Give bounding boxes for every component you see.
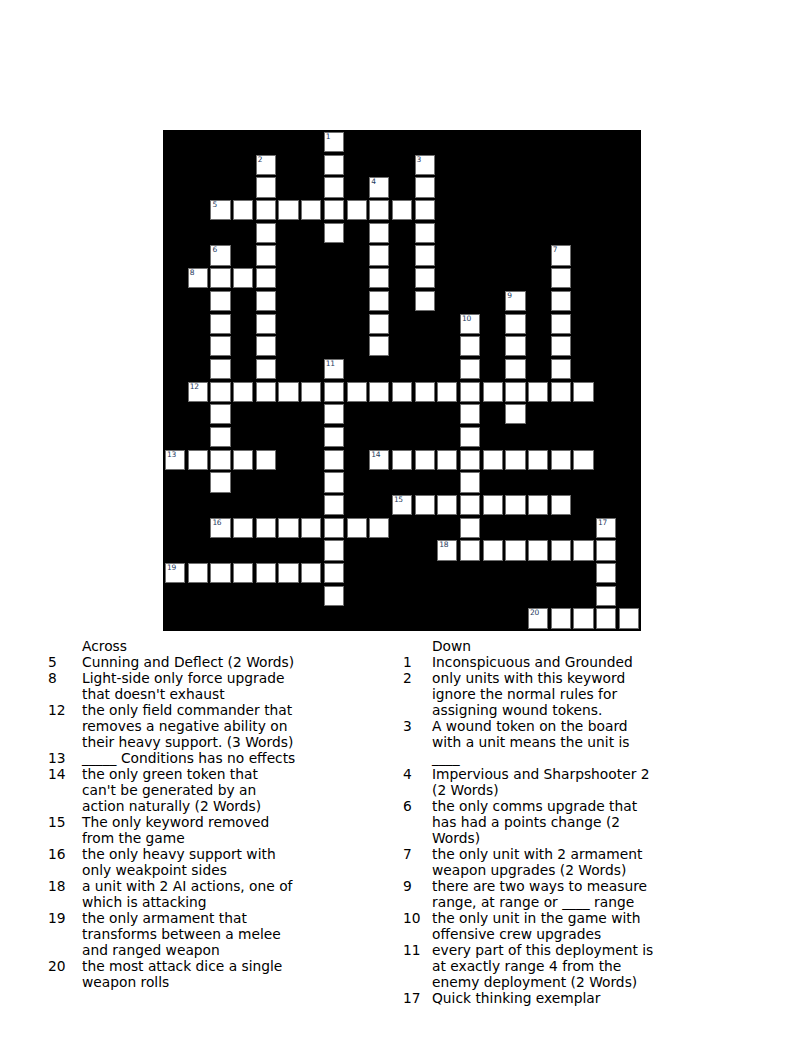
- cell-r18-c4[interactable]: [233, 518, 253, 538]
- cell-r5-c10[interactable]: [369, 223, 389, 243]
- cell-r12-c14[interactable]: [460, 382, 480, 402]
- black-cell-r3-c3: [210, 177, 230, 197]
- cell-r13-c3[interactable]: [210, 404, 230, 424]
- cell-number-1: 1: [326, 132, 330, 141]
- cell-r22-c21[interactable]: [619, 608, 639, 628]
- black-cell-r13-c6: [278, 404, 298, 424]
- cell-r15-c19[interactable]: [573, 450, 593, 470]
- cell-r15-c3[interactable]: [210, 450, 230, 470]
- black-cell-r18-c18: [551, 518, 571, 538]
- black-cell-r6-c13: [437, 245, 457, 265]
- black-cell-r10-c2: [188, 336, 208, 356]
- cell-r9-c16[interactable]: [505, 314, 525, 334]
- black-cell-r3-c20: [596, 177, 616, 197]
- cell-r7-c4[interactable]: [233, 268, 253, 288]
- cell-r20-c6[interactable]: [278, 563, 298, 583]
- black-cell-r3-c7: [301, 177, 321, 197]
- cell-r15-c15[interactable]: [483, 450, 503, 470]
- black-cell-r1-c1: [165, 132, 185, 152]
- black-cell-r2-c1: [165, 155, 185, 175]
- cell-r20-c7[interactable]: [301, 563, 321, 583]
- black-cell-r1-c12: [415, 132, 435, 152]
- cell-r8-c10[interactable]: [369, 291, 389, 311]
- cell-r22-c20[interactable]: [596, 608, 616, 628]
- black-cell-r2-c3: [210, 155, 230, 175]
- cell-r2-c12[interactable]: 3: [415, 155, 435, 175]
- cell-r8-c18[interactable]: [551, 291, 571, 311]
- black-cell-r3-c4: [233, 177, 253, 197]
- cell-r3-c10[interactable]: 4: [369, 177, 389, 197]
- black-cell-r14-c4: [233, 427, 253, 447]
- cell-r20-c4[interactable]: [233, 563, 253, 583]
- black-cell-r10-c8: [324, 336, 344, 356]
- cell-r10-c18[interactable]: [551, 336, 571, 356]
- black-cell-r7-c13: [437, 268, 457, 288]
- black-cell-r13-c19: [573, 404, 593, 424]
- cell-r15-c5[interactable]: [256, 450, 276, 470]
- cell-r15-c14[interactable]: [460, 450, 480, 470]
- cell-r14-c8[interactable]: [324, 427, 344, 447]
- black-cell-r1-c17: [528, 132, 548, 152]
- black-cell-r7-c1: [165, 268, 185, 288]
- black-cell-r7-c15: [483, 268, 503, 288]
- across-clue-text-16: the only heavy support with only weakpoi…: [82, 846, 398, 878]
- cell-r18-c10[interactable]: [369, 518, 389, 538]
- cell-r20-c5[interactable]: [256, 563, 276, 583]
- cell-r10-c5[interactable]: [256, 336, 276, 356]
- black-cell-r14-c13: [437, 427, 457, 447]
- cell-r19-c14[interactable]: [460, 540, 480, 560]
- cell-r17-c17[interactable]: [528, 495, 548, 515]
- down-clue-number-1: 1: [403, 654, 432, 670]
- cell-r11-c5[interactable]: [256, 359, 276, 379]
- cell-r4-c10[interactable]: [369, 200, 389, 220]
- cell-r7-c2[interactable]: 8: [188, 268, 208, 288]
- black-cell-r12-c20: [596, 382, 616, 402]
- cell-r18-c9[interactable]: [347, 518, 367, 538]
- cell-r19-c8[interactable]: [324, 540, 344, 560]
- black-cell-r10-c20: [596, 336, 616, 356]
- down-clue-9: 9there are two ways to measure range, at…: [403, 878, 768, 910]
- black-cell-r17-c9: [347, 495, 367, 515]
- black-cell-r10-c12: [415, 336, 435, 356]
- black-cell-r3-c13: [437, 177, 457, 197]
- black-cell-r7-c16: [505, 268, 525, 288]
- black-cell-r10-c11: [392, 336, 412, 356]
- down-clue-number-4: 4: [403, 766, 432, 782]
- cell-r17-c13[interactable]: [437, 495, 457, 515]
- cell-r10-c14[interactable]: [460, 336, 480, 356]
- cell-r22-c17[interactable]: 20: [528, 608, 548, 628]
- cell-r6-c12[interactable]: [415, 245, 435, 265]
- black-cell-r7-c14: [460, 268, 480, 288]
- cell-r4-c7[interactable]: [301, 200, 321, 220]
- black-cell-r16-c13: [437, 472, 457, 492]
- cell-r14-c14[interactable]: [460, 427, 480, 447]
- black-cell-r21-c14: [460, 586, 480, 606]
- cell-r5-c12[interactable]: [415, 223, 435, 243]
- black-cell-r14-c19: [573, 427, 593, 447]
- cell-r7-c12[interactable]: [415, 268, 435, 288]
- black-cell-r8-c11: [392, 291, 412, 311]
- black-cell-r13-c7: [301, 404, 321, 424]
- cell-r12-c18[interactable]: [551, 382, 571, 402]
- cell-r9-c14[interactable]: 10: [460, 314, 480, 334]
- cell-r7-c10[interactable]: [369, 268, 389, 288]
- cell-r18-c7[interactable]: [301, 518, 321, 538]
- cell-r9-c3[interactable]: [210, 314, 230, 334]
- black-cell-r15-c7: [301, 450, 321, 470]
- cell-r17-c16[interactable]: [505, 495, 525, 515]
- cell-r13-c14[interactable]: [460, 404, 480, 424]
- black-cell-r2-c18: [551, 155, 571, 175]
- black-cell-r17-c5: [256, 495, 276, 515]
- cell-number-16: 16: [212, 518, 221, 527]
- cell-r19-c19[interactable]: [573, 540, 593, 560]
- black-cell-r11-c20: [596, 359, 616, 379]
- cell-r15-c2[interactable]: [188, 450, 208, 470]
- cell-r11-c18[interactable]: [551, 359, 571, 379]
- cell-r15-c12[interactable]: [415, 450, 435, 470]
- black-cell-r10-c4: [233, 336, 253, 356]
- cell-r18-c20[interactable]: 17: [596, 518, 616, 538]
- black-cell-r22-c3: [210, 608, 230, 628]
- cell-r14-c3[interactable]: [210, 427, 230, 447]
- cell-r12-c6[interactable]: [278, 382, 298, 402]
- cell-r12-c3[interactable]: [210, 382, 230, 402]
- black-cell-r10-c19: [573, 336, 593, 356]
- black-cell-r7-c21: [619, 268, 639, 288]
- cell-r18-c3[interactable]: 16: [210, 518, 230, 538]
- black-cell-r2-c20: [596, 155, 616, 175]
- cell-r3-c12[interactable]: [415, 177, 435, 197]
- black-cell-r18-c15: [483, 518, 503, 538]
- black-cell-r8-c9: [347, 291, 367, 311]
- black-cell-r5-c18: [551, 223, 571, 243]
- cell-r12-c2[interactable]: 12: [188, 382, 208, 402]
- cell-r17-c12[interactable]: [415, 495, 435, 515]
- black-cell-r11-c10: [369, 359, 389, 379]
- black-cell-r9-c17: [528, 314, 548, 334]
- cell-r17-c11[interactable]: 15: [392, 495, 412, 515]
- cell-r20-c3[interactable]: [210, 563, 230, 583]
- black-cell-r16-c10: [369, 472, 389, 492]
- cell-r8-c16[interactable]: 9: [505, 291, 525, 311]
- black-cell-r8-c17: [528, 291, 548, 311]
- cell-r6-c3[interactable]: 6: [210, 245, 230, 265]
- black-cell-r7-c7: [301, 268, 321, 288]
- cell-r12-c19[interactable]: [573, 382, 593, 402]
- black-cell-r22-c6: [278, 608, 298, 628]
- cell-r12-c10[interactable]: [369, 382, 389, 402]
- black-cell-r13-c4: [233, 404, 253, 424]
- cell-r12-c9[interactable]: [347, 382, 367, 402]
- cell-r11-c14[interactable]: [460, 359, 480, 379]
- black-cell-r16-c11: [392, 472, 412, 492]
- cell-r19-c15[interactable]: [483, 540, 503, 560]
- cell-r16-c3[interactable]: [210, 472, 230, 492]
- cell-r18-c14[interactable]: [460, 518, 480, 538]
- cell-r17-c15[interactable]: [483, 495, 503, 515]
- cell-r15-c11[interactable]: [392, 450, 412, 470]
- black-cell-r1-c21: [619, 132, 639, 152]
- cell-r10-c16[interactable]: [505, 336, 525, 356]
- black-cell-r10-c21: [619, 336, 639, 356]
- black-cell-r6-c2: [188, 245, 208, 265]
- black-cell-r20-c17: [528, 563, 548, 583]
- cell-r12-c11[interactable]: [392, 382, 412, 402]
- down-clue-text-9: there are two ways to measure range, at …: [432, 878, 768, 910]
- down-clue-number-6: 6: [403, 798, 432, 814]
- cell-r12-c16[interactable]: [505, 382, 525, 402]
- black-cell-r9-c9: [347, 314, 367, 334]
- cell-r12-c5[interactable]: [256, 382, 276, 402]
- across-header: Across: [82, 638, 398, 654]
- black-cell-r20-c19: [573, 563, 593, 583]
- cell-number-20: 20: [530, 608, 539, 617]
- black-cell-r18-c1: [165, 518, 185, 538]
- black-cell-r4-c17: [528, 200, 548, 220]
- cell-r12-c15[interactable]: [483, 382, 503, 402]
- black-cell-r2-c9: [347, 155, 367, 175]
- across-clue-8: 8Light-side only force upgrade that does…: [48, 670, 398, 702]
- cell-r8-c3[interactable]: [210, 291, 230, 311]
- down-clue-17: 17Quick thinking exemplar: [403, 990, 768, 1006]
- cell-r17-c18[interactable]: [551, 495, 571, 515]
- black-cell-r3-c11: [392, 177, 412, 197]
- cell-r20-c1[interactable]: 19: [165, 563, 185, 583]
- cell-r18-c6[interactable]: [278, 518, 298, 538]
- black-cell-r16-c6: [278, 472, 298, 492]
- cell-r18-c5[interactable]: [256, 518, 276, 538]
- black-cell-r20-c9: [347, 563, 367, 583]
- cell-r18-c8[interactable]: [324, 518, 344, 538]
- cell-r4-c9[interactable]: [347, 200, 367, 220]
- black-cell-r21-c7: [301, 586, 321, 606]
- down-clue-7: 7the only unit with 2 armament weapon up…: [403, 846, 768, 878]
- black-cell-r21-c4: [233, 586, 253, 606]
- cell-r2-c8[interactable]: [324, 155, 344, 175]
- cell-r21-c8[interactable]: [324, 586, 344, 606]
- cell-r6-c5[interactable]: [256, 245, 276, 265]
- down-clue-number-10: 10: [403, 910, 432, 926]
- black-cell-r7-c6: [278, 268, 298, 288]
- black-cell-r11-c2: [188, 359, 208, 379]
- black-cell-r4-c1: [165, 200, 185, 220]
- across-clue-14: 14the only green token that can't be gen…: [48, 766, 398, 814]
- cell-r15-c4[interactable]: [233, 450, 253, 470]
- cell-r9-c5[interactable]: [256, 314, 276, 334]
- cell-r16-c14[interactable]: [460, 472, 480, 492]
- cell-r19-c13[interactable]: 18: [437, 540, 457, 560]
- black-cell-r17-c2: [188, 495, 208, 515]
- across-clue-5: 5Cunning and Deflect (2 Words): [48, 654, 398, 670]
- cell-r5-c8[interactable]: [324, 223, 344, 243]
- cell-r7-c3[interactable]: [210, 268, 230, 288]
- cell-r19-c17[interactable]: [528, 540, 548, 560]
- cell-r4-c6[interactable]: [278, 200, 298, 220]
- cell-r15-c13[interactable]: [437, 450, 457, 470]
- black-cell-r15-c20: [596, 450, 616, 470]
- cell-r9-c10[interactable]: [369, 314, 389, 334]
- cell-r3-c5[interactable]: [256, 177, 276, 197]
- cell-r4-c4[interactable]: [233, 200, 253, 220]
- cell-r21-c20[interactable]: [596, 586, 616, 606]
- cell-r22-c18[interactable]: [551, 608, 571, 628]
- cell-r16-c8[interactable]: [324, 472, 344, 492]
- cell-r12-c13[interactable]: [437, 382, 457, 402]
- cell-r15-c16[interactable]: [505, 450, 525, 470]
- black-cell-r22-c9: [347, 608, 367, 628]
- black-cell-r20-c18: [551, 563, 571, 583]
- cell-r4-c8[interactable]: [324, 200, 344, 220]
- black-cell-r10-c6: [278, 336, 298, 356]
- cell-r3-c8[interactable]: [324, 177, 344, 197]
- cell-r15-c1[interactable]: 13: [165, 450, 185, 470]
- black-cell-r5-c7: [301, 223, 321, 243]
- black-cell-r16-c18: [551, 472, 571, 492]
- black-cell-r16-c5: [256, 472, 276, 492]
- cell-r7-c5[interactable]: [256, 268, 276, 288]
- black-cell-r3-c2: [188, 177, 208, 197]
- black-cell-r22-c14: [460, 608, 480, 628]
- down-clue-10: 10the only unit in the game with offensi…: [403, 910, 768, 942]
- black-cell-r16-c4: [233, 472, 253, 492]
- cell-r12-c12[interactable]: [415, 382, 435, 402]
- black-cell-r4-c14: [460, 200, 480, 220]
- black-cell-r17-c4: [233, 495, 253, 515]
- black-cell-r21-c17: [528, 586, 548, 606]
- black-cell-r5-c6: [278, 223, 298, 243]
- black-cell-r1-c4: [233, 132, 253, 152]
- black-cell-r3-c9: [347, 177, 367, 197]
- cell-r6-c10[interactable]: [369, 245, 389, 265]
- black-cell-r1-c19: [573, 132, 593, 152]
- black-cell-r6-c11: [392, 245, 412, 265]
- black-cell-r5-c4: [233, 223, 253, 243]
- black-cell-r6-c17: [528, 245, 548, 265]
- black-cell-r16-c20: [596, 472, 616, 492]
- across-clues-section: Across 5Cunning and Deflect (2 Words)8Li…: [48, 638, 398, 990]
- black-cell-r4-c16: [505, 200, 525, 220]
- black-cell-r6-c7: [301, 245, 321, 265]
- cell-r10-c3[interactable]: [210, 336, 230, 356]
- black-cell-r11-c17: [528, 359, 548, 379]
- cell-r13-c8[interactable]: [324, 404, 344, 424]
- cell-r11-c3[interactable]: [210, 359, 230, 379]
- cell-r17-c14[interactable]: [460, 495, 480, 515]
- black-cell-r11-c6: [278, 359, 298, 379]
- cell-number-13: 13: [167, 450, 176, 459]
- black-cell-r22-c15: [483, 608, 503, 628]
- black-cell-r18-c13: [437, 518, 457, 538]
- cell-r15-c17[interactable]: [528, 450, 548, 470]
- cell-r15-c10[interactable]: 14: [369, 450, 389, 470]
- cell-r4-c11[interactable]: [392, 200, 412, 220]
- cell-r20-c8[interactable]: [324, 563, 344, 583]
- black-cell-r10-c1: [165, 336, 185, 356]
- black-cell-r1-c20: [596, 132, 616, 152]
- down-clue-number-2: 2: [403, 670, 432, 686]
- cell-r4-c12[interactable]: [415, 200, 435, 220]
- black-cell-r7-c17: [528, 268, 548, 288]
- black-cell-r3-c1: [165, 177, 185, 197]
- cell-r19-c20[interactable]: [596, 540, 616, 560]
- cell-r9-c18[interactable]: [551, 314, 571, 334]
- black-cell-r19-c5: [256, 540, 276, 560]
- black-cell-r16-c9: [347, 472, 367, 492]
- black-cell-r13-c21: [619, 404, 639, 424]
- black-cell-r2-c2: [188, 155, 208, 175]
- cell-r12-c8[interactable]: [324, 382, 344, 402]
- cell-r4-c5[interactable]: [256, 200, 276, 220]
- cell-r19-c16[interactable]: [505, 540, 525, 560]
- black-cell-r14-c15: [483, 427, 503, 447]
- cell-r11-c8[interactable]: 11: [324, 359, 344, 379]
- black-cell-r19-c11: [392, 540, 412, 560]
- black-cell-r8-c14: [460, 291, 480, 311]
- black-cell-r9-c13: [437, 314, 457, 334]
- cell-r11-c16[interactable]: [505, 359, 525, 379]
- cell-r6-c18[interactable]: 7: [551, 245, 571, 265]
- cell-r8-c12[interactable]: [415, 291, 435, 311]
- black-cell-r10-c15: [483, 336, 503, 356]
- cell-r17-c8[interactable]: [324, 495, 344, 515]
- cell-r12-c17[interactable]: [528, 382, 548, 402]
- cell-r7-c18[interactable]: [551, 268, 571, 288]
- black-cell-r3-c14: [460, 177, 480, 197]
- cell-r2-c5[interactable]: 2: [256, 155, 276, 175]
- cell-number-8: 8: [190, 268, 194, 277]
- cell-r20-c20[interactable]: [596, 563, 616, 583]
- cell-r15-c18[interactable]: [551, 450, 571, 470]
- black-cell-r18-c17: [528, 518, 548, 538]
- cell-r19-c18[interactable]: [551, 540, 571, 560]
- cell-r1-c8[interactable]: 1: [324, 132, 344, 152]
- black-cell-r3-c19: [573, 177, 593, 197]
- black-cell-r1-c2: [188, 132, 208, 152]
- across-clue-20: 20the most attack dice a single weapon r…: [48, 958, 398, 990]
- black-cell-r21-c10: [369, 586, 389, 606]
- black-cell-r21-c16: [505, 586, 525, 606]
- black-cell-r10-c17: [528, 336, 548, 356]
- across-clue-number-18: 18: [48, 878, 82, 894]
- black-cell-r1-c14: [460, 132, 480, 152]
- black-cell-r19-c9: [347, 540, 367, 560]
- down-clue-number-7: 7: [403, 846, 432, 862]
- black-cell-r9-c11: [392, 314, 412, 334]
- cell-r4-c3[interactable]: 5: [210, 200, 230, 220]
- black-cell-r21-c1: [165, 586, 185, 606]
- cell-r5-c5[interactable]: [256, 223, 276, 243]
- down-clue-text-4: Impervious and Sharpshooter 2 (2 Words): [432, 766, 768, 798]
- black-cell-r21-c12: [415, 586, 435, 606]
- cell-r8-c5[interactable]: [256, 291, 276, 311]
- cell-r22-c19[interactable]: [573, 608, 593, 628]
- black-cell-r4-c18: [551, 200, 571, 220]
- cell-r10-c10[interactable]: [369, 336, 389, 356]
- black-cell-r21-c2: [188, 586, 208, 606]
- cell-r12-c4[interactable]: [233, 382, 253, 402]
- cell-r20-c2[interactable]: [188, 563, 208, 583]
- black-cell-r1-c3: [210, 132, 230, 152]
- cell-r15-c8[interactable]: [324, 450, 344, 470]
- cell-r12-c7[interactable]: [301, 382, 321, 402]
- cell-number-3: 3: [417, 155, 421, 164]
- cell-number-15: 15: [394, 495, 403, 504]
- cell-r13-c16[interactable]: [505, 404, 525, 424]
- black-cell-r3-c6: [278, 177, 298, 197]
